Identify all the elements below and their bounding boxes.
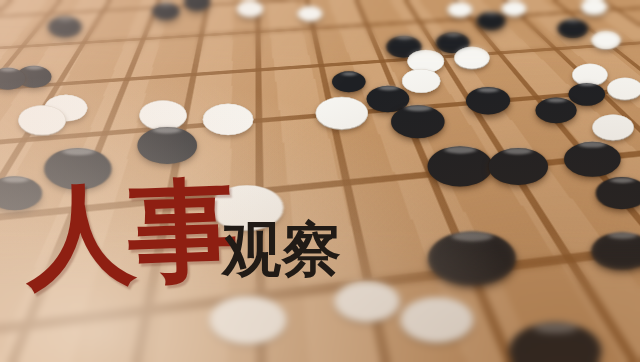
headline-renshi: 人事: [24, 172, 232, 295]
depth-of-field-top: [0, 0, 640, 64]
headline-guancha: 观察: [222, 219, 342, 281]
black-stone: ●: [463, 80, 514, 116]
black-stone: ●: [532, 91, 579, 124]
white-stone: ●: [15, 98, 69, 136]
go-board-photo: ●●●●●●●●●●●●●●●●●●●●●●●●●●●●●●●●●●●●●●●●…: [0, 0, 640, 362]
white-stone: ●: [199, 96, 257, 137]
black-stone: ●: [133, 117, 201, 165]
black-stone: ●: [484, 138, 552, 186]
white-stone: ●: [312, 89, 371, 131]
black-stone: ●: [592, 169, 640, 211]
black-stone: ●: [0, 62, 28, 91]
white-stone: ●: [605, 72, 640, 101]
